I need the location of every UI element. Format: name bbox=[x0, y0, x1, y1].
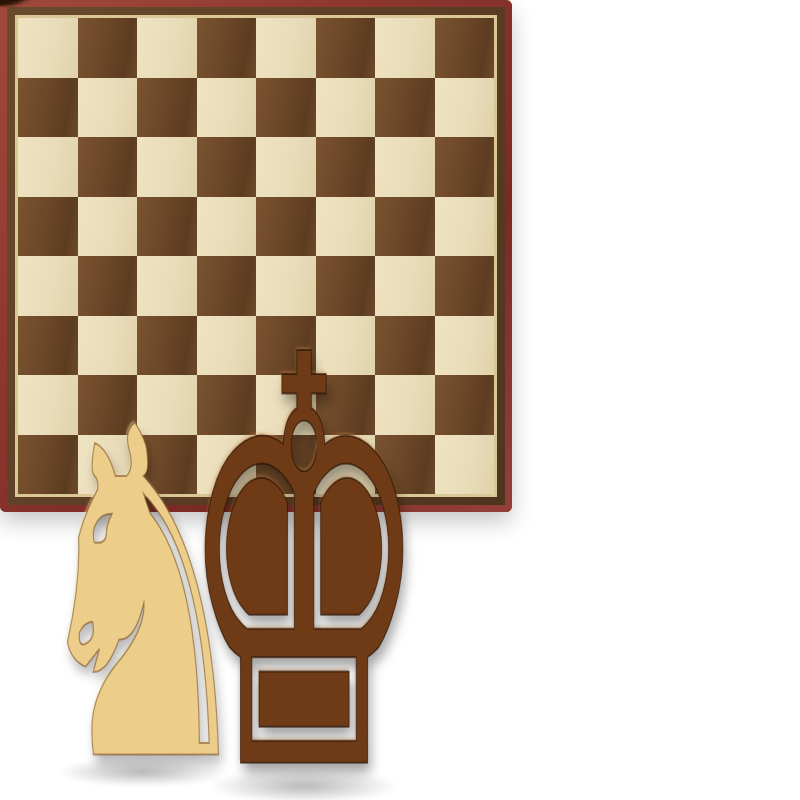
board-square bbox=[375, 197, 435, 257]
board-square bbox=[18, 137, 78, 197]
board-square bbox=[18, 256, 78, 316]
board-square bbox=[435, 316, 495, 376]
board-square bbox=[78, 375, 138, 435]
board-square bbox=[375, 435, 435, 495]
board-square bbox=[375, 137, 435, 197]
board-square bbox=[256, 316, 316, 376]
board-square bbox=[256, 18, 316, 78]
board-square bbox=[78, 18, 138, 78]
board-square bbox=[18, 435, 78, 495]
board-square bbox=[137, 375, 197, 435]
board-square bbox=[197, 256, 257, 316]
board-square bbox=[18, 197, 78, 257]
board-square bbox=[137, 316, 197, 376]
board-square bbox=[137, 78, 197, 138]
board-square bbox=[375, 256, 435, 316]
board-square bbox=[316, 256, 376, 316]
board-square bbox=[316, 137, 376, 197]
board-square bbox=[316, 435, 376, 495]
board-square bbox=[435, 137, 495, 197]
board-square bbox=[375, 18, 435, 78]
board-square bbox=[316, 375, 376, 435]
board-square bbox=[256, 197, 316, 257]
board-square bbox=[435, 78, 495, 138]
board-square bbox=[197, 78, 257, 138]
board-square bbox=[137, 435, 197, 495]
board-square bbox=[18, 375, 78, 435]
board-square bbox=[197, 375, 257, 435]
board-square bbox=[316, 316, 376, 376]
board-square bbox=[256, 78, 316, 138]
board-square bbox=[18, 18, 78, 78]
board-square bbox=[375, 375, 435, 435]
board-square bbox=[18, 78, 78, 138]
board-square bbox=[316, 18, 376, 78]
board-square bbox=[435, 435, 495, 495]
board-square bbox=[78, 435, 138, 495]
chessboard bbox=[0, 0, 512, 512]
board-square bbox=[435, 256, 495, 316]
chess-set-photo: ♜♞♝♛♚♝♞♜♟♟♟♟♟♟♟♟♟♟♟♟♟♟♟♟♜♞♝♚♛♝♞♜ ♞♚ bbox=[0, 0, 800, 800]
board-grid bbox=[18, 18, 494, 494]
foreground-shadow bbox=[187, 765, 422, 800]
foreground-shadow bbox=[36, 754, 251, 790]
board-square bbox=[316, 78, 376, 138]
board-square bbox=[78, 137, 138, 197]
board-inlay-line bbox=[15, 15, 497, 497]
board-square bbox=[435, 18, 495, 78]
board-square bbox=[435, 197, 495, 257]
board-square bbox=[256, 435, 316, 495]
board-square bbox=[137, 137, 197, 197]
board-square bbox=[256, 137, 316, 197]
board-square bbox=[197, 435, 257, 495]
board-square bbox=[137, 197, 197, 257]
board-square bbox=[197, 197, 257, 257]
board-square bbox=[197, 18, 257, 78]
board-square bbox=[375, 316, 435, 376]
board-square bbox=[137, 256, 197, 316]
board-walnut-border bbox=[7, 7, 505, 505]
board-square bbox=[197, 137, 257, 197]
board-square bbox=[18, 316, 78, 376]
board-square bbox=[78, 197, 138, 257]
board-square bbox=[78, 78, 138, 138]
board-square bbox=[256, 375, 316, 435]
board-square bbox=[316, 197, 376, 257]
board-square bbox=[197, 316, 257, 376]
board-square bbox=[78, 316, 138, 376]
board-square bbox=[256, 256, 316, 316]
board-square bbox=[435, 375, 495, 435]
board-square bbox=[78, 256, 138, 316]
board-square bbox=[375, 78, 435, 138]
board-square bbox=[137, 18, 197, 78]
